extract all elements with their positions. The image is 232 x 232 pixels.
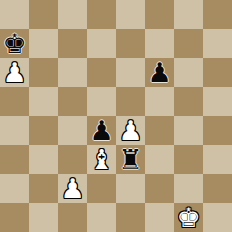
square-b5[interactable] bbox=[29, 87, 58, 116]
square-f5[interactable] bbox=[145, 87, 174, 116]
square-f7[interactable] bbox=[145, 29, 174, 58]
square-d3[interactable]: ♝ bbox=[87, 145, 116, 174]
square-g8[interactable] bbox=[174, 0, 203, 29]
square-a3[interactable] bbox=[0, 145, 29, 174]
white-king[interactable]: ♚ bbox=[176, 203, 200, 232]
square-c1[interactable] bbox=[58, 203, 87, 232]
square-a1[interactable] bbox=[0, 203, 29, 232]
square-d1[interactable] bbox=[87, 203, 116, 232]
square-d4[interactable]: ♟ bbox=[87, 116, 116, 145]
square-a2[interactable] bbox=[0, 174, 29, 203]
square-e3[interactable]: ♜ bbox=[116, 145, 145, 174]
square-d5[interactable] bbox=[87, 87, 116, 116]
square-g3[interactable] bbox=[174, 145, 203, 174]
square-g6[interactable] bbox=[174, 58, 203, 87]
square-c8[interactable] bbox=[58, 0, 87, 29]
square-c3[interactable] bbox=[58, 145, 87, 174]
square-b4[interactable] bbox=[29, 116, 58, 145]
square-c2[interactable]: ♟ bbox=[58, 174, 87, 203]
square-e6[interactable] bbox=[116, 58, 145, 87]
square-f3[interactable] bbox=[145, 145, 174, 174]
square-a8[interactable] bbox=[0, 0, 29, 29]
square-h8[interactable] bbox=[203, 0, 232, 29]
square-g1[interactable]: ♚ bbox=[174, 203, 203, 232]
square-h5[interactable] bbox=[203, 87, 232, 116]
black-rook[interactable]: ♜ bbox=[118, 145, 142, 174]
square-f4[interactable] bbox=[145, 116, 174, 145]
square-h2[interactable] bbox=[203, 174, 232, 203]
square-b1[interactable] bbox=[29, 203, 58, 232]
square-a5[interactable] bbox=[0, 87, 29, 116]
square-b2[interactable] bbox=[29, 174, 58, 203]
square-g5[interactable] bbox=[174, 87, 203, 116]
black-pawn[interactable]: ♟ bbox=[147, 58, 171, 87]
square-f8[interactable] bbox=[145, 0, 174, 29]
square-a4[interactable] bbox=[0, 116, 29, 145]
square-b8[interactable] bbox=[29, 0, 58, 29]
white-pawn[interactable]: ♟ bbox=[60, 174, 84, 203]
square-e7[interactable] bbox=[116, 29, 145, 58]
square-d8[interactable] bbox=[87, 0, 116, 29]
square-c7[interactable] bbox=[58, 29, 87, 58]
white-bishop[interactable]: ♝ bbox=[89, 145, 113, 174]
square-b7[interactable] bbox=[29, 29, 58, 58]
square-d7[interactable] bbox=[87, 29, 116, 58]
square-e4[interactable]: ♟ bbox=[116, 116, 145, 145]
square-a6[interactable]: ♟ bbox=[0, 58, 29, 87]
square-b3[interactable] bbox=[29, 145, 58, 174]
white-pawn[interactable]: ♟ bbox=[2, 58, 26, 87]
square-h4[interactable] bbox=[203, 116, 232, 145]
square-e5[interactable] bbox=[116, 87, 145, 116]
square-a7[interactable]: ♚ bbox=[0, 29, 29, 58]
square-f2[interactable] bbox=[145, 174, 174, 203]
square-c4[interactable] bbox=[58, 116, 87, 145]
black-pawn[interactable]: ♟ bbox=[89, 116, 113, 145]
white-pawn[interactable]: ♟ bbox=[118, 116, 142, 145]
square-c6[interactable] bbox=[58, 58, 87, 87]
square-g7[interactable] bbox=[174, 29, 203, 58]
square-h6[interactable] bbox=[203, 58, 232, 87]
square-g4[interactable] bbox=[174, 116, 203, 145]
square-e1[interactable] bbox=[116, 203, 145, 232]
square-c5[interactable] bbox=[58, 87, 87, 116]
square-g2[interactable] bbox=[174, 174, 203, 203]
black-king[interactable]: ♚ bbox=[2, 29, 26, 58]
square-h1[interactable] bbox=[203, 203, 232, 232]
square-e2[interactable] bbox=[116, 174, 145, 203]
square-f6[interactable]: ♟ bbox=[145, 58, 174, 87]
chess-board: ♚♟♟♟♟♝♜♟♚ bbox=[0, 0, 232, 232]
square-d6[interactable] bbox=[87, 58, 116, 87]
square-e8[interactable] bbox=[116, 0, 145, 29]
square-b6[interactable] bbox=[29, 58, 58, 87]
square-h7[interactable] bbox=[203, 29, 232, 58]
square-f1[interactable] bbox=[145, 203, 174, 232]
square-h3[interactable] bbox=[203, 145, 232, 174]
square-d2[interactable] bbox=[87, 174, 116, 203]
